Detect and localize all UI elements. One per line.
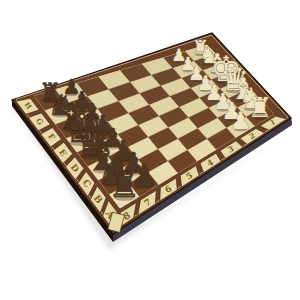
piece-black-rook-a8[interactable]: ♜ <box>108 163 141 206</box>
piece-white-pawn-a2[interactable]: ♟ <box>230 106 252 135</box>
chessboard-photo: ABCDEFGH87654321♜♟♞♟♝♟♚♟♛♟♝♟♜♟♞♟♞♜♟♟♝♟♟♚… <box>0 0 300 300</box>
product-photo: ABCDEFGH87654321♜♟♞♟♝♟♚♟♛♟♝♟♜♟♞♟♞♜♟♟♝♟♟♚… <box>0 0 300 300</box>
